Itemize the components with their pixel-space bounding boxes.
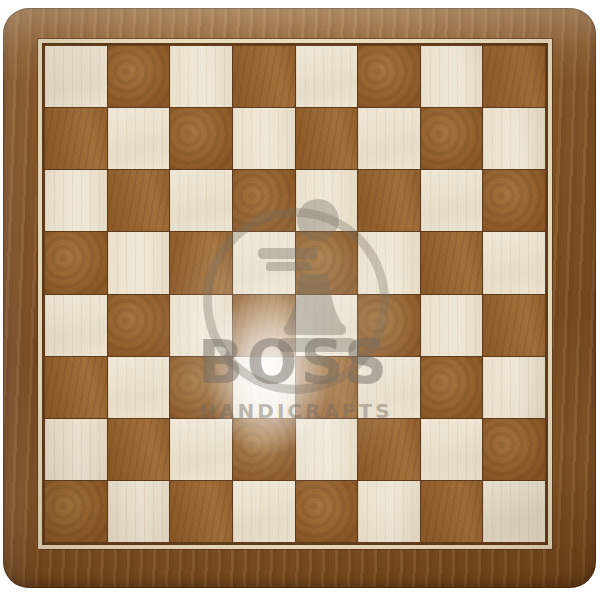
square-h8[interactable]: [483, 46, 545, 107]
square-b7[interactable]: [108, 108, 170, 169]
square-f8[interactable]: [358, 46, 420, 107]
square-e6[interactable]: [296, 170, 358, 231]
square-a3[interactable]: [45, 357, 107, 418]
square-h7[interactable]: [483, 108, 545, 169]
square-e5[interactable]: [296, 232, 358, 293]
square-d5[interactable]: [233, 232, 295, 293]
square-a2[interactable]: [45, 419, 107, 480]
square-f6[interactable]: [358, 170, 420, 231]
square-g5[interactable]: [421, 232, 483, 293]
square-b1[interactable]: [108, 481, 170, 542]
square-a7[interactable]: [45, 108, 107, 169]
square-d1[interactable]: [233, 481, 295, 542]
square-g4[interactable]: [421, 295, 483, 356]
square-b6[interactable]: [108, 170, 170, 231]
square-a4[interactable]: [45, 295, 107, 356]
square-g3[interactable]: [421, 357, 483, 418]
square-f4[interactable]: [358, 295, 420, 356]
square-c5[interactable]: [170, 232, 232, 293]
square-d3[interactable]: [233, 357, 295, 418]
square-c3[interactable]: [170, 357, 232, 418]
square-c4[interactable]: [170, 295, 232, 356]
square-b3[interactable]: [108, 357, 170, 418]
square-f7[interactable]: [358, 108, 420, 169]
square-h1[interactable]: [483, 481, 545, 542]
square-d7[interactable]: [233, 108, 295, 169]
square-b4[interactable]: [108, 295, 170, 356]
square-h3[interactable]: [483, 357, 545, 418]
square-h6[interactable]: [483, 170, 545, 231]
chess-board: [45, 46, 545, 542]
square-c8[interactable]: [170, 46, 232, 107]
square-a1[interactable]: [45, 481, 107, 542]
product-photo: BOSS HANDICRAFTS: [0, 0, 600, 599]
square-b5[interactable]: [108, 232, 170, 293]
square-h5[interactable]: [483, 232, 545, 293]
square-e2[interactable]: [296, 419, 358, 480]
square-d6[interactable]: [233, 170, 295, 231]
board-inlay-border: [38, 39, 552, 549]
square-b2[interactable]: [108, 419, 170, 480]
square-g1[interactable]: [421, 481, 483, 542]
square-e4[interactable]: [296, 295, 358, 356]
square-c6[interactable]: [170, 170, 232, 231]
square-c7[interactable]: [170, 108, 232, 169]
square-g7[interactable]: [421, 108, 483, 169]
square-a6[interactable]: [45, 170, 107, 231]
square-e8[interactable]: [296, 46, 358, 107]
square-h4[interactable]: [483, 295, 545, 356]
square-d8[interactable]: [233, 46, 295, 107]
square-f5[interactable]: [358, 232, 420, 293]
square-f2[interactable]: [358, 419, 420, 480]
square-e1[interactable]: [296, 481, 358, 542]
square-e3[interactable]: [296, 357, 358, 418]
square-g6[interactable]: [421, 170, 483, 231]
square-e7[interactable]: [296, 108, 358, 169]
square-g2[interactable]: [421, 419, 483, 480]
square-b8[interactable]: [108, 46, 170, 107]
square-g8[interactable]: [421, 46, 483, 107]
square-a8[interactable]: [45, 46, 107, 107]
square-d2[interactable]: [233, 419, 295, 480]
square-f3[interactable]: [358, 357, 420, 418]
square-f1[interactable]: [358, 481, 420, 542]
square-d4[interactable]: [233, 295, 295, 356]
square-c1[interactable]: [170, 481, 232, 542]
square-a5[interactable]: [45, 232, 107, 293]
square-c2[interactable]: [170, 419, 232, 480]
square-h2[interactable]: [483, 419, 545, 480]
